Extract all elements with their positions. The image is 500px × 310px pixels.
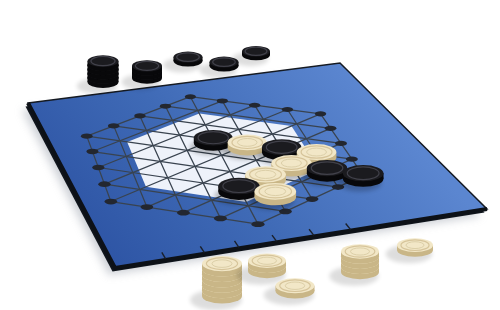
gipf-product-photo <box>0 0 500 310</box>
entry-dot <box>105 199 118 205</box>
black-reserve-stack <box>77 55 119 94</box>
white-reserve-stack <box>236 254 286 285</box>
entry-dot <box>214 215 227 221</box>
entry-dot <box>282 107 293 112</box>
entry-dot <box>251 221 264 227</box>
entry-dot <box>86 149 98 154</box>
entry-dot <box>160 104 171 109</box>
entry-dot <box>92 165 104 170</box>
black-reserve-stack <box>163 52 202 73</box>
white-reserve-stack <box>386 238 433 263</box>
entry-dot <box>325 126 337 131</box>
white-reserve-stack <box>329 244 379 285</box>
entry-dot <box>346 156 358 161</box>
black-reserve-stack <box>232 46 270 66</box>
entry-dot <box>108 123 120 128</box>
entry-dot <box>315 111 326 116</box>
entry-dot <box>98 181 110 187</box>
entry-dot <box>249 103 260 108</box>
entry-dot <box>335 141 347 146</box>
entry-dot <box>279 209 292 215</box>
white-reserve-stack <box>190 256 242 310</box>
board-photo-svg <box>0 0 500 310</box>
entry-dot <box>306 196 319 202</box>
entry-dot <box>81 134 93 139</box>
entry-dot <box>185 94 196 99</box>
entry-dot <box>177 210 190 216</box>
entry-dot <box>217 98 228 103</box>
black-reserve-stack <box>122 60 163 90</box>
entry-dot <box>134 113 145 118</box>
entry-dot <box>141 204 154 210</box>
